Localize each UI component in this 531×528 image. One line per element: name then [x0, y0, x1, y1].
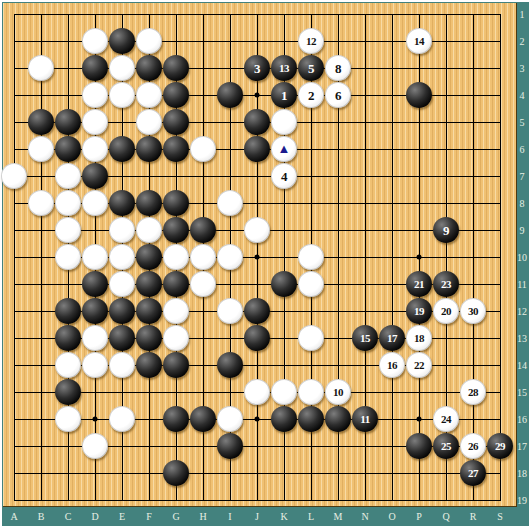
stone-D2[interactable] [82, 28, 108, 54]
row-label-9: 9 [520, 225, 525, 236]
stone-M4[interactable]: 6 [325, 82, 351, 108]
stone-D12[interactable] [82, 298, 108, 324]
row-label-3: 3 [520, 63, 525, 74]
stone-L16[interactable] [298, 406, 324, 432]
move-number: 28 [468, 387, 478, 398]
stone-H16[interactable] [190, 406, 216, 432]
col-label-I: I [228, 511, 231, 522]
col-label-L: L [308, 511, 314, 522]
stone-C16[interactable] [55, 406, 81, 432]
stone-F13[interactable] [136, 325, 162, 351]
col-label-O: O [388, 511, 395, 522]
stone-F4[interactable] [136, 82, 162, 108]
stone-K4[interactable]: 1 [271, 82, 297, 108]
stone-K15[interactable] [271, 379, 297, 405]
move-number: 11 [360, 414, 369, 425]
stone-G9[interactable] [163, 217, 189, 243]
stone-G11[interactable] [163, 271, 189, 297]
stone-Q16[interactable]: 24 [433, 406, 459, 432]
stone-F9[interactable] [136, 217, 162, 243]
row-label-14: 14 [517, 360, 527, 371]
stone-K16[interactable] [271, 406, 297, 432]
row-label-16: 16 [517, 414, 527, 425]
stone-B3[interactable] [28, 55, 54, 81]
move-number: 13 [279, 63, 289, 74]
stone-J3[interactable]: 3 [244, 55, 270, 81]
move-number: 20 [441, 306, 451, 317]
col-label-B: B [38, 511, 45, 522]
col-label-E: E [119, 511, 125, 522]
stone-C5[interactable] [55, 109, 81, 135]
stone-L3[interactable]: 5 [298, 55, 324, 81]
stone-K6[interactable]: ▲ [271, 136, 297, 162]
row-label-5: 5 [520, 117, 525, 128]
stone-I14[interactable] [217, 352, 243, 378]
move-number: 19 [414, 306, 424, 317]
col-label-R: R [470, 511, 477, 522]
col-label-A: A [10, 511, 17, 522]
stone-F2[interactable] [136, 28, 162, 54]
stone-I8[interactable] [217, 190, 243, 216]
stone-E13[interactable] [109, 325, 135, 351]
stone-F5[interactable] [136, 109, 162, 135]
stone-E12[interactable] [109, 298, 135, 324]
stone-H10[interactable] [190, 244, 216, 270]
stone-G3[interactable] [163, 55, 189, 81]
col-label-F: F [146, 511, 152, 522]
stone-J13[interactable] [244, 325, 270, 351]
star-point-J16 [255, 417, 260, 422]
stone-J9[interactable] [244, 217, 270, 243]
stone-D10[interactable] [82, 244, 108, 270]
stone-E14[interactable] [109, 352, 135, 378]
go-diagram-page: 121431358126▲492123192030151718162210281… [0, 0, 531, 528]
stone-S17[interactable]: 29 [487, 433, 513, 459]
stone-K11[interactable] [271, 271, 297, 297]
stone-F10[interactable] [136, 244, 162, 270]
stone-L15[interactable] [298, 379, 324, 405]
stone-P11[interactable]: 21 [406, 271, 432, 297]
move-number: 15 [360, 333, 370, 344]
move-number: 24 [441, 414, 451, 425]
stone-E16[interactable] [109, 406, 135, 432]
row-label-6: 6 [520, 144, 525, 155]
stone-C9[interactable] [55, 217, 81, 243]
stone-Q17[interactable]: 25 [433, 433, 459, 459]
move-number: 1 [281, 89, 287, 102]
col-label-D: D [91, 511, 98, 522]
stone-D8[interactable] [82, 190, 108, 216]
col-label-N: N [361, 511, 368, 522]
stone-G18[interactable] [163, 460, 189, 486]
stone-I17[interactable] [217, 433, 243, 459]
stone-E8[interactable] [109, 190, 135, 216]
move-number: 17 [387, 333, 397, 344]
stone-C14[interactable] [55, 352, 81, 378]
stone-I12[interactable] [217, 298, 243, 324]
stone-M16[interactable] [325, 406, 351, 432]
board-overlay: 121431358126▲492123192030151718162210281… [0, 0, 531, 528]
stone-E9[interactable] [109, 217, 135, 243]
stone-D4[interactable] [82, 82, 108, 108]
stone-B5[interactable] [28, 109, 54, 135]
stone-L4[interactable]: 2 [298, 82, 324, 108]
row-label-15: 15 [517, 387, 527, 398]
stone-C7[interactable] [55, 163, 81, 189]
stone-F8[interactable] [136, 190, 162, 216]
stone-E2[interactable] [109, 28, 135, 54]
move-number: 30 [468, 306, 478, 317]
star-point-J4 [255, 93, 260, 98]
stone-P14[interactable]: 22 [406, 352, 432, 378]
stone-I4[interactable] [217, 82, 243, 108]
col-label-J: J [255, 511, 259, 522]
move-number: 25 [441, 441, 451, 452]
stone-F11[interactable] [136, 271, 162, 297]
move-number: 29 [495, 441, 505, 452]
stone-G16[interactable] [163, 406, 189, 432]
stone-F14[interactable] [136, 352, 162, 378]
col-label-G: G [172, 511, 179, 522]
stone-Q11[interactable]: 23 [433, 271, 459, 297]
stone-D7[interactable] [82, 163, 108, 189]
move-number: 27 [468, 468, 478, 479]
row-label-7: 7 [520, 171, 525, 182]
stone-N13[interactable]: 15 [352, 325, 378, 351]
row-label-13: 13 [517, 333, 527, 344]
row-label-8: 8 [520, 198, 525, 209]
move-number: 26 [468, 441, 478, 452]
star-point-D16 [93, 417, 98, 422]
stone-G13[interactable] [163, 325, 189, 351]
move-number: 16 [387, 360, 397, 371]
stone-D11[interactable] [82, 271, 108, 297]
stone-D17[interactable] [82, 433, 108, 459]
stone-E6[interactable] [109, 136, 135, 162]
stone-F6[interactable] [136, 136, 162, 162]
stone-C12[interactable] [55, 298, 81, 324]
stone-E4[interactable] [109, 82, 135, 108]
stone-J12[interactable] [244, 298, 270, 324]
stone-B8[interactable] [28, 190, 54, 216]
move-number: 23 [441, 279, 451, 290]
stone-G5[interactable] [163, 109, 189, 135]
col-label-H: H [199, 511, 206, 522]
move-number: 9 [443, 224, 449, 237]
stone-G6[interactable] [163, 136, 189, 162]
stone-C8[interactable] [55, 190, 81, 216]
move-number: 3 [254, 62, 260, 75]
stone-D13[interactable] [82, 325, 108, 351]
move-number: 5 [308, 62, 314, 75]
stone-O14[interactable]: 16 [379, 352, 405, 378]
stone-L13[interactable] [298, 325, 324, 351]
stone-R12[interactable]: 30 [460, 298, 486, 324]
stone-M15[interactable]: 10 [325, 379, 351, 405]
row-label-12: 12 [517, 306, 527, 317]
stone-K3[interactable]: 13 [271, 55, 297, 81]
stone-B6[interactable] [28, 136, 54, 162]
col-label-C: C [65, 511, 72, 522]
stone-H11[interactable] [190, 271, 216, 297]
stone-K7[interactable]: 4 [271, 163, 297, 189]
stone-G8[interactable] [163, 190, 189, 216]
stone-E10[interactable] [109, 244, 135, 270]
stone-G14[interactable] [163, 352, 189, 378]
stone-P12[interactable]: 19 [406, 298, 432, 324]
stone-L11[interactable] [298, 271, 324, 297]
col-label-M: M [334, 511, 343, 522]
stone-C6[interactable] [55, 136, 81, 162]
stone-P17[interactable] [406, 433, 432, 459]
stone-R15[interactable]: 28 [460, 379, 486, 405]
col-label-K: K [280, 511, 287, 522]
col-label-Q: Q [442, 511, 449, 522]
stone-L10[interactable] [298, 244, 324, 270]
stone-D5[interactable] [82, 109, 108, 135]
stone-O13[interactable]: 17 [379, 325, 405, 351]
move-number: 14 [414, 36, 424, 47]
stone-A7[interactable] [1, 163, 27, 189]
move-number: 18 [414, 333, 424, 344]
star-point-P16 [417, 417, 422, 422]
stone-D3[interactable] [82, 55, 108, 81]
stone-H6[interactable] [190, 136, 216, 162]
row-label-1: 1 [520, 9, 525, 20]
move-number: 4 [281, 170, 287, 183]
stone-R18[interactable]: 27 [460, 460, 486, 486]
row-label-10: 10 [517, 252, 527, 263]
stone-F12[interactable] [136, 298, 162, 324]
star-point-P10 [417, 255, 422, 260]
stone-G4[interactable] [163, 82, 189, 108]
move-number: 22 [414, 360, 424, 371]
col-label-S: S [497, 511, 503, 522]
col-label-P: P [416, 511, 422, 522]
stone-I16[interactable] [217, 406, 243, 432]
stone-K5[interactable] [271, 109, 297, 135]
stone-E11[interactable] [109, 271, 135, 297]
stone-E3[interactable] [109, 55, 135, 81]
stone-D6[interactable] [82, 136, 108, 162]
stone-G10[interactable] [163, 244, 189, 270]
stone-N16[interactable]: 11 [352, 406, 378, 432]
stone-M3[interactable]: 8 [325, 55, 351, 81]
move-number: 2 [308, 89, 314, 102]
stone-J15[interactable] [244, 379, 270, 405]
stone-J5[interactable] [244, 109, 270, 135]
stone-I10[interactable] [217, 244, 243, 270]
stone-J6[interactable] [244, 136, 270, 162]
stone-C15[interactable] [55, 379, 81, 405]
row-label-11: 11 [517, 279, 527, 290]
row-label-2: 2 [520, 36, 525, 47]
stone-H9[interactable] [190, 217, 216, 243]
stone-Q9[interactable]: 9 [433, 217, 459, 243]
stone-P13[interactable]: 18 [406, 325, 432, 351]
stone-F3[interactable] [136, 55, 162, 81]
triangle-mark-icon: ▲ [278, 142, 291, 155]
row-label-17: 17 [517, 441, 527, 452]
move-number: 12 [306, 36, 316, 47]
stone-P4[interactable] [406, 82, 432, 108]
stone-G12[interactable] [163, 298, 189, 324]
stone-L2[interactable]: 12 [298, 28, 324, 54]
row-label-18: 18 [517, 468, 527, 479]
star-point-J10 [255, 255, 260, 260]
move-number: 10 [333, 387, 343, 398]
stone-P2[interactable]: 14 [406, 28, 432, 54]
stone-Q12[interactable]: 20 [433, 298, 459, 324]
move-number: 21 [414, 279, 424, 290]
stone-C10[interactable] [55, 244, 81, 270]
move-number: 6 [335, 89, 341, 102]
stone-C13[interactable] [55, 325, 81, 351]
row-label-4: 4 [520, 90, 525, 101]
stone-R17[interactable]: 26 [460, 433, 486, 459]
row-label-19: 19 [517, 495, 527, 506]
move-number: 8 [335, 62, 341, 75]
stone-D14[interactable] [82, 352, 108, 378]
